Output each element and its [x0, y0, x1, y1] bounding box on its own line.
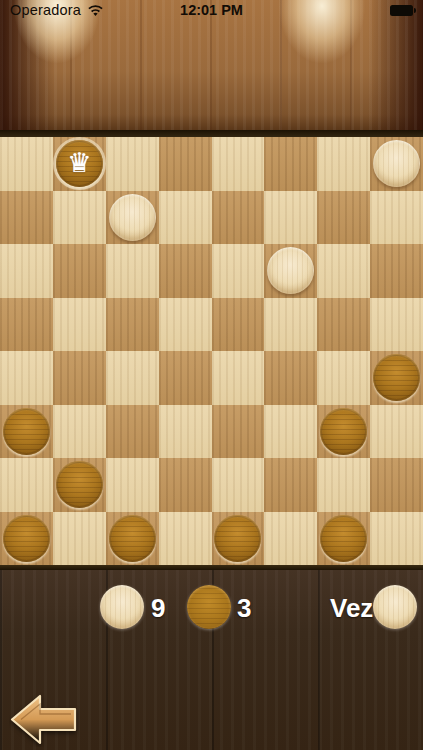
square-r0c5[interactable] [264, 137, 317, 191]
checker-dark[interactable] [373, 354, 420, 401]
checker-dark[interactable] [56, 461, 103, 508]
square-r4c5[interactable] [264, 351, 317, 405]
square-r0c6[interactable] [317, 137, 370, 191]
turn-piece-indicator [373, 585, 417, 629]
light-count: 9 [151, 592, 165, 624]
square-r3c7[interactable] [370, 298, 423, 352]
square-r4c6[interactable] [317, 351, 370, 405]
square-r6c1[interactable] [53, 458, 106, 512]
status-bar: Operadora 12:01 PM [0, 0, 423, 20]
checkers-app-screen: { "game": "checkers (draughts), 8x8 boar… [0, 0, 423, 750]
square-r4c0[interactable] [0, 351, 53, 405]
square-r6c0[interactable] [0, 458, 53, 512]
square-r3c6[interactable] [317, 298, 370, 352]
checker-dark[interactable] [3, 408, 50, 455]
square-r2c0[interactable] [0, 244, 53, 298]
checker-dark[interactable] [214, 515, 261, 562]
checker-dark[interactable] [320, 515, 367, 562]
square-r6c7[interactable] [370, 458, 423, 512]
square-r5c2[interactable] [106, 405, 159, 459]
square-r6c2[interactable] [106, 458, 159, 512]
square-r3c1[interactable] [53, 298, 106, 352]
square-r1c2[interactable] [106, 191, 159, 245]
checker-light[interactable] [373, 140, 420, 187]
square-r6c4[interactable] [212, 458, 265, 512]
square-r3c0[interactable] [0, 298, 53, 352]
square-r0c4[interactable] [212, 137, 265, 191]
square-r3c2[interactable] [106, 298, 159, 352]
square-r1c1[interactable] [53, 191, 106, 245]
square-r1c4[interactable] [212, 191, 265, 245]
square-r0c3[interactable] [159, 137, 212, 191]
square-r5c0[interactable] [0, 405, 53, 459]
king-crown-icon: ♛ [67, 150, 91, 177]
board-top-edge [0, 130, 423, 137]
square-r5c7[interactable] [370, 405, 423, 459]
square-r7c4[interactable] [212, 512, 265, 566]
checker-light[interactable] [109, 194, 156, 241]
square-r6c3[interactable] [159, 458, 212, 512]
square-r4c2[interactable] [106, 351, 159, 405]
square-r0c2[interactable] [106, 137, 159, 191]
square-r3c3[interactable] [159, 298, 212, 352]
square-r1c3[interactable] [159, 191, 212, 245]
back-button[interactable] [9, 692, 79, 747]
checker-light[interactable] [267, 247, 314, 294]
battery-icon [390, 5, 417, 16]
square-r1c5[interactable] [264, 191, 317, 245]
square-r3c5[interactable] [264, 298, 317, 352]
square-r1c0[interactable] [0, 191, 53, 245]
square-r1c7[interactable] [370, 191, 423, 245]
turn-label: Vez [330, 592, 373, 624]
square-r2c3[interactable] [159, 244, 212, 298]
square-r7c1[interactable] [53, 512, 106, 566]
square-r2c7[interactable] [370, 244, 423, 298]
checker-dark[interactable] [109, 515, 156, 562]
square-r7c7[interactable] [370, 512, 423, 566]
board: ♛ [0, 137, 423, 565]
square-r4c7[interactable] [370, 351, 423, 405]
clock-label: 12:01 PM [0, 2, 423, 18]
checker-dark[interactable] [3, 515, 50, 562]
square-r2c4[interactable] [212, 244, 265, 298]
square-r4c1[interactable] [53, 351, 106, 405]
square-r7c6[interactable] [317, 512, 370, 566]
dark-count: 3 [237, 592, 251, 624]
light-captured-piece-icon [100, 585, 144, 629]
square-r2c1[interactable] [53, 244, 106, 298]
dark-captured-piece-icon [187, 585, 231, 629]
square-r7c2[interactable] [106, 512, 159, 566]
square-r5c3[interactable] [159, 405, 212, 459]
square-r6c6[interactable] [317, 458, 370, 512]
back-arrow-icon [9, 692, 79, 747]
square-r6c5[interactable] [264, 458, 317, 512]
square-r5c4[interactable] [212, 405, 265, 459]
square-r4c4[interactable] [212, 351, 265, 405]
checker-dark[interactable] [320, 408, 367, 455]
square-r5c1[interactable] [53, 405, 106, 459]
square-r2c6[interactable] [317, 244, 370, 298]
square-r2c2[interactable] [106, 244, 159, 298]
square-r0c0[interactable] [0, 137, 53, 191]
square-r2c5[interactable] [264, 244, 317, 298]
square-r1c6[interactable] [317, 191, 370, 245]
square-r7c5[interactable] [264, 512, 317, 566]
checker-dark-king[interactable]: ♛ [56, 140, 103, 187]
square-r0c1[interactable]: ♛ [53, 137, 106, 191]
scoreboard: 9 3 Vez [0, 570, 423, 640]
square-r5c5[interactable] [264, 405, 317, 459]
square-r5c6[interactable] [317, 405, 370, 459]
square-r7c3[interactable] [159, 512, 212, 566]
square-r0c7[interactable] [370, 137, 423, 191]
square-r7c0[interactable] [0, 512, 53, 566]
square-r4c3[interactable] [159, 351, 212, 405]
square-r3c4[interactable] [212, 298, 265, 352]
